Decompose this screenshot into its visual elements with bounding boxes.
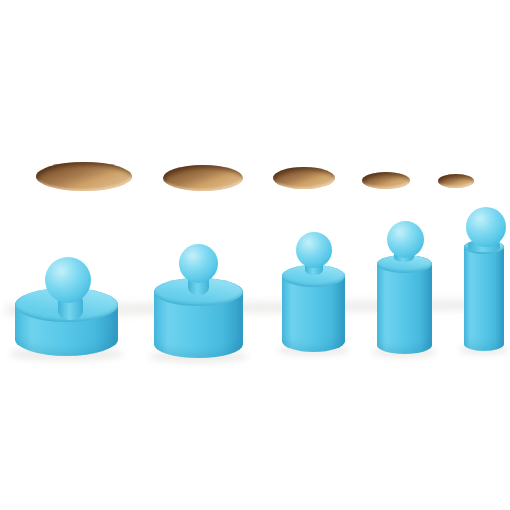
socket-3[interactable] [273, 167, 335, 189]
socket-1-largest[interactable] [36, 162, 132, 191]
product-photo-scene [0, 0, 510, 510]
cylinder-5-knob [466, 207, 506, 247]
cylinder-2-knob [179, 244, 218, 283]
cylinder-5-body [464, 240, 504, 351]
socket-4[interactable] [362, 172, 410, 189]
cylinder-1-knob [45, 257, 91, 303]
socket-2[interactable] [163, 165, 243, 191]
cylinder-4-knob [387, 221, 424, 258]
socket-5-smallest[interactable] [438, 174, 474, 188]
cylinder-3-knob [296, 232, 332, 268]
